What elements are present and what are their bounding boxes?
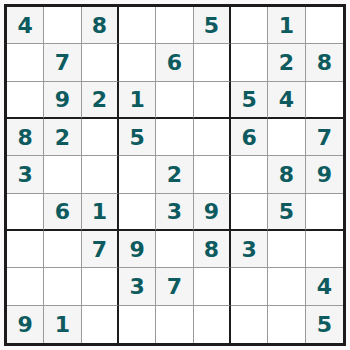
sudoku-cell-r9c6[interactable]	[194, 306, 231, 343]
sudoku-cell-r7c5[interactable]	[156, 231, 193, 268]
sudoku-cell-r7c4[interactable]: 9	[119, 231, 156, 268]
sudoku-cell-r5c1[interactable]: 3	[7, 156, 44, 193]
sudoku-cell-r9c1[interactable]: 9	[7, 306, 44, 343]
sudoku-cell-r5c8[interactable]: 8	[268, 156, 305, 193]
sudoku-cell-r5c5[interactable]: 2	[156, 156, 193, 193]
sudoku-cell-r2c5[interactable]: 6	[156, 44, 193, 81]
sudoku-cell-r5c3[interactable]	[82, 156, 119, 193]
sudoku-cell-r2c9[interactable]: 8	[306, 44, 343, 81]
sudoku-cell-r9c9[interactable]: 5	[306, 306, 343, 343]
sudoku-cell-r2c7[interactable]	[231, 44, 268, 81]
sudoku-cell-r2c2[interactable]: 7	[44, 44, 81, 81]
sudoku-cell-r7c8[interactable]	[268, 231, 305, 268]
sudoku-cell-r2c6[interactable]	[194, 44, 231, 81]
sudoku-cell-r4c1[interactable]: 8	[7, 119, 44, 156]
sudoku-cell-r1c4[interactable]	[119, 7, 156, 44]
sudoku-cell-r1c7[interactable]	[231, 7, 268, 44]
sudoku-cell-r1c2[interactable]	[44, 7, 81, 44]
sudoku-cell-r1c3[interactable]: 8	[82, 7, 119, 44]
sudoku-cell-r1c8[interactable]: 1	[268, 7, 305, 44]
sudoku-cell-r7c3[interactable]: 7	[82, 231, 119, 268]
sudoku-cell-r8c2[interactable]	[44, 268, 81, 305]
sudoku-cell-r6c6[interactable]: 9	[194, 194, 231, 231]
sudoku-cell-r7c6[interactable]: 8	[194, 231, 231, 268]
sudoku-cell-r9c5[interactable]	[156, 306, 193, 343]
sudoku-cell-r5c7[interactable]	[231, 156, 268, 193]
sudoku-cell-r8c6[interactable]	[194, 268, 231, 305]
sudoku-cell-r8c1[interactable]	[7, 268, 44, 305]
sudoku-cell-r3c8[interactable]: 4	[268, 82, 305, 119]
sudoku-cell-r5c9[interactable]: 9	[306, 156, 343, 193]
sudoku-cell-r5c4[interactable]	[119, 156, 156, 193]
sudoku-cell-r6c9[interactable]	[306, 194, 343, 231]
sudoku-cell-r5c6[interactable]	[194, 156, 231, 193]
sudoku-cell-r7c9[interactable]	[306, 231, 343, 268]
sudoku-cell-r3c4[interactable]: 1	[119, 82, 156, 119]
sudoku-cell-r3c7[interactable]: 5	[231, 82, 268, 119]
sudoku-cell-r4c6[interactable]	[194, 119, 231, 156]
sudoku-cell-r3c9[interactable]	[306, 82, 343, 119]
sudoku-cell-r3c6[interactable]	[194, 82, 231, 119]
sudoku-cell-r8c5[interactable]: 7	[156, 268, 193, 305]
sudoku-cell-r4c4[interactable]: 5	[119, 119, 156, 156]
sudoku-cell-r3c2[interactable]: 9	[44, 82, 81, 119]
sudoku-cell-r9c2[interactable]: 1	[44, 306, 81, 343]
sudoku-cell-r9c8[interactable]	[268, 306, 305, 343]
sudoku-cell-r2c3[interactable]	[82, 44, 119, 81]
sudoku-cell-r4c8[interactable]	[268, 119, 305, 156]
sudoku-board: 4851762892154825673289613957983374915	[4, 4, 346, 346]
sudoku-cell-r8c4[interactable]: 3	[119, 268, 156, 305]
sudoku-cell-r1c6[interactable]: 5	[194, 7, 231, 44]
sudoku-cell-r7c7[interactable]: 3	[231, 231, 268, 268]
sudoku-cell-r6c3[interactable]: 1	[82, 194, 119, 231]
sudoku-cell-r1c1[interactable]: 4	[7, 7, 44, 44]
sudoku-cell-r8c3[interactable]	[82, 268, 119, 305]
sudoku-cell-r4c9[interactable]: 7	[306, 119, 343, 156]
sudoku-cell-r8c9[interactable]: 4	[306, 268, 343, 305]
sudoku-cell-r6c5[interactable]: 3	[156, 194, 193, 231]
sudoku-cell-r3c3[interactable]: 2	[82, 82, 119, 119]
sudoku-cell-r2c1[interactable]	[7, 44, 44, 81]
sudoku-cell-r4c2[interactable]: 2	[44, 119, 81, 156]
sudoku-cell-r6c7[interactable]	[231, 194, 268, 231]
sudoku-cell-r9c3[interactable]	[82, 306, 119, 343]
sudoku-cell-r6c8[interactable]: 5	[268, 194, 305, 231]
sudoku-cell-r6c4[interactable]	[119, 194, 156, 231]
sudoku-cell-r7c1[interactable]	[7, 231, 44, 268]
sudoku-cell-r7c2[interactable]	[44, 231, 81, 268]
sudoku-cell-r4c3[interactable]	[82, 119, 119, 156]
sudoku-cell-r2c4[interactable]	[119, 44, 156, 81]
sudoku-cell-r8c7[interactable]	[231, 268, 268, 305]
sudoku-cell-r1c9[interactable]	[306, 7, 343, 44]
sudoku-cell-r6c1[interactable]	[7, 194, 44, 231]
sudoku-cell-r3c5[interactable]	[156, 82, 193, 119]
sudoku-cell-r2c8[interactable]: 2	[268, 44, 305, 81]
sudoku-cell-r6c2[interactable]: 6	[44, 194, 81, 231]
sudoku-cell-r8c8[interactable]	[268, 268, 305, 305]
sudoku-cell-r5c2[interactable]	[44, 156, 81, 193]
sudoku-cell-r4c7[interactable]: 6	[231, 119, 268, 156]
sudoku-cell-r1c5[interactable]	[156, 7, 193, 44]
sudoku-cell-r3c1[interactable]	[7, 82, 44, 119]
sudoku-cell-r4c5[interactable]	[156, 119, 193, 156]
sudoku-cell-r9c4[interactable]	[119, 306, 156, 343]
sudoku-cell-r9c7[interactable]	[231, 306, 268, 343]
